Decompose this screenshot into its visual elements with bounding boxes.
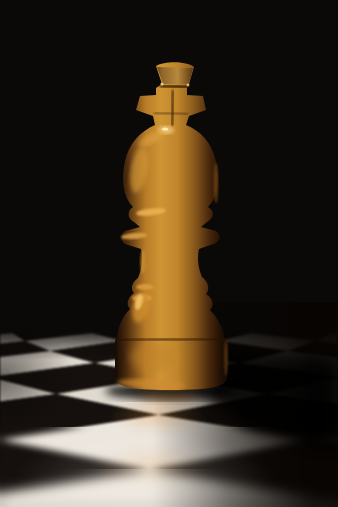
cap-underside-shadow (160, 86, 190, 87)
urn-left-streak (128, 146, 151, 194)
bell-gloss-core (134, 293, 145, 310)
board-square-light (268, 377, 338, 415)
piece-square (95, 351, 240, 377)
base-sheen (130, 343, 176, 371)
left-corner-vignette (0, 307, 110, 437)
board-horizon-fade (0, 0, 338, 507)
dome-left-rim (136, 128, 165, 150)
white-king-piece (0, 0, 338, 507)
board-square-light (219, 333, 316, 351)
dome-specular-core (162, 127, 168, 130)
ring1-highlight (136, 284, 154, 290)
depth-of-field-blur (0, 427, 338, 507)
depth-of-field-blur-strong (0, 469, 338, 507)
board-square-light (122, 333, 219, 351)
board-square-light (316, 333, 338, 351)
floor-reflection (138, 391, 198, 403)
stem-left-light (140, 250, 145, 274)
cross-arm-shadow (154, 113, 188, 114)
right-shadow-vignette (153, 302, 338, 507)
board-square-light (0, 415, 310, 470)
warm-vertex-glow (0, 0, 338, 507)
board-square-light (56, 377, 268, 415)
board-square-dark (149, 440, 338, 506)
base-contact-shadow (105, 382, 237, 400)
board-square-dark (169, 341, 288, 363)
board-square-dark (158, 394, 338, 440)
bell-gloss (129, 290, 152, 325)
chessboard (0, 0, 338, 507)
photo-scene (0, 0, 338, 507)
board-square-dark (288, 341, 338, 363)
board-square-light (25, 333, 122, 351)
cap-face (157, 67, 193, 84)
board-square-dark (165, 363, 338, 394)
cast-shadow (206, 345, 338, 450)
dome-specular (158, 126, 174, 134)
cross-crevice (172, 90, 173, 126)
board-square-dark (0, 440, 149, 506)
board-square-light (0, 377, 56, 415)
board-square-light (310, 415, 338, 470)
base-right-rim (224, 340, 228, 376)
base-bottom-rim (117, 378, 185, 391)
ring2-highlight (132, 295, 152, 302)
board-square-dark (50, 341, 169, 363)
board-square-dark (0, 341, 50, 363)
cap-spec-right (187, 84, 190, 87)
king-body (115, 62, 227, 390)
foreground-sheen (0, 0, 338, 507)
board-square-light (0, 470, 338, 507)
board-square-dark (0, 394, 158, 440)
board-square-dark (0, 363, 165, 394)
urn-right-rim (214, 163, 218, 203)
board-square-light (239, 351, 338, 377)
collar-highlight (136, 207, 167, 217)
board-square-light (0, 351, 95, 377)
flange-highlight (121, 232, 147, 240)
cap-spec-left (160, 82, 163, 85)
base-seam (118, 339, 226, 340)
board-square-light (0, 333, 25, 351)
